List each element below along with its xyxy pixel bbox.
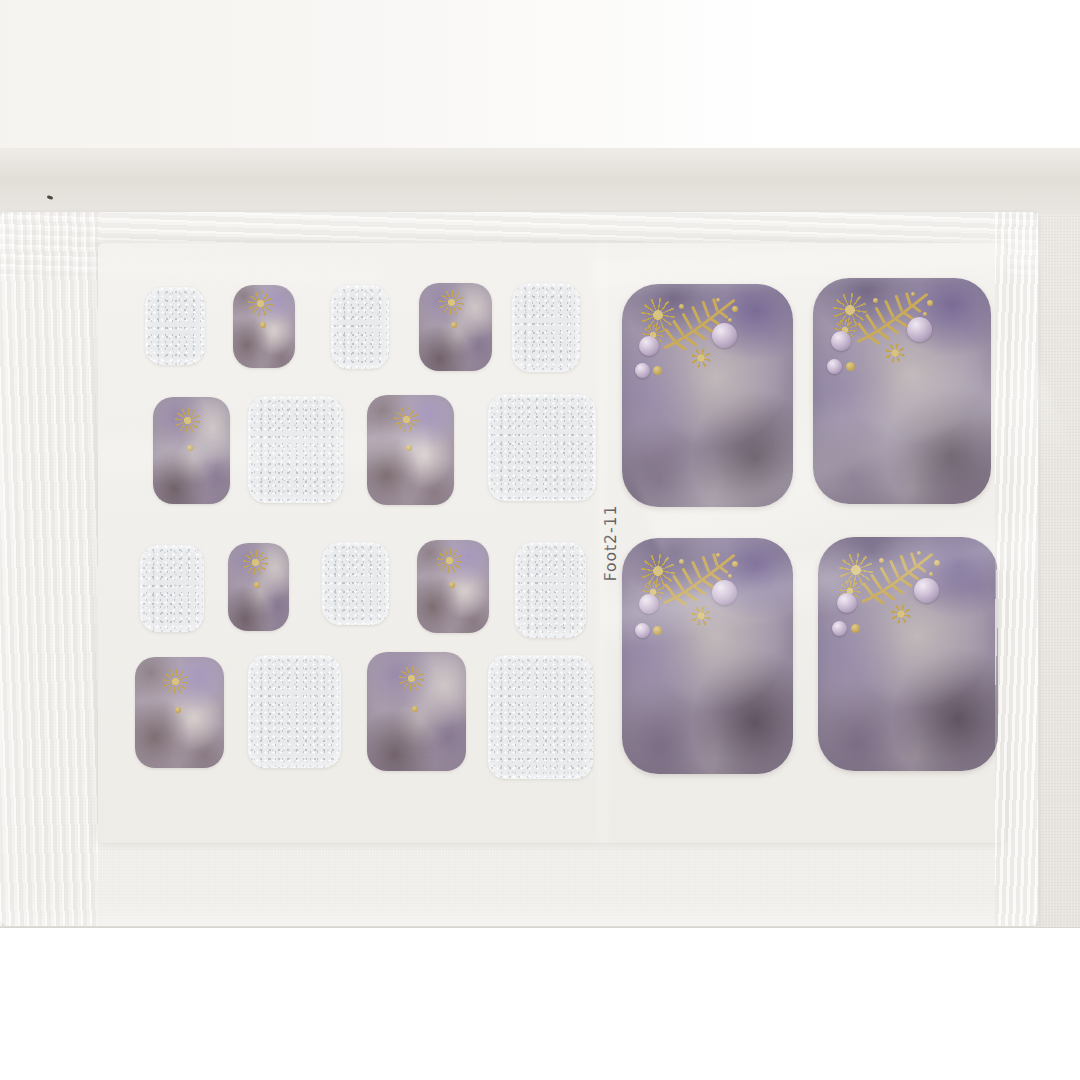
- gold-dot: [653, 366, 662, 375]
- gold-dot: [412, 706, 418, 712]
- fabric-fold-band: [0, 148, 1080, 214]
- bag-left-seal: [0, 212, 98, 926]
- glitter-nail-sticker: [512, 283, 580, 372]
- glitter-nail-sticker: [140, 545, 204, 632]
- gold-dot: [873, 298, 878, 303]
- marble-nail-sticker: [135, 657, 224, 768]
- pearl: [635, 363, 650, 378]
- marble-nail-sticker: [419, 283, 492, 371]
- glitter-nail-sticker: [331, 285, 389, 369]
- gold-flower-icon: [885, 343, 905, 363]
- pearl: [712, 323, 737, 348]
- gold-flower-icon: [248, 291, 273, 316]
- gold-dot: [851, 624, 860, 633]
- gold-flower-icon: [163, 669, 188, 694]
- glitter-nail-sticker: [248, 655, 341, 768]
- gold-dot: [846, 362, 855, 371]
- gold-dot: [449, 582, 455, 588]
- marble-nail-sticker: [367, 652, 466, 771]
- photo: Foot2-11: [0, 0, 1080, 1080]
- gold-dot: [260, 322, 266, 328]
- glitter-nail-sticker: [515, 542, 586, 638]
- gold-dot: [911, 292, 915, 296]
- gold-dot: [716, 298, 720, 302]
- background-bottom-white: [0, 928, 1080, 1080]
- sheet-crease: [597, 243, 609, 843]
- pearl: [832, 621, 847, 636]
- gold-flower-icon: [891, 604, 911, 624]
- glitter-nail-sticker: [488, 655, 593, 779]
- pearl: [831, 331, 851, 351]
- background-top-white: [0, 0, 1080, 148]
- pearl: [639, 336, 659, 356]
- gold-flower-icon: [437, 548, 462, 573]
- glitter-nail-sticker: [145, 287, 205, 365]
- plastic-gloss-streak: [99, 419, 431, 485]
- gold-dot: [927, 300, 933, 306]
- glitter-nail-sticker: [488, 394, 596, 501]
- gold-flower-icon: [439, 290, 464, 315]
- marble-nail-sticker: [228, 543, 289, 631]
- gold-flower-icon: [399, 666, 424, 691]
- pearl: [827, 359, 842, 374]
- gold-dot: [451, 322, 457, 328]
- gold-dot: [175, 707, 181, 713]
- marble-nail-sticker: [233, 285, 295, 368]
- glitter-nail-sticker: [322, 542, 389, 625]
- gold-dot: [732, 306, 738, 312]
- gold-flower-icon: [243, 550, 268, 575]
- gold-dot: [728, 318, 732, 322]
- gold-dot: [254, 582, 260, 588]
- marble-nail-sticker: [417, 540, 489, 633]
- gold-flower-icon: [691, 348, 711, 368]
